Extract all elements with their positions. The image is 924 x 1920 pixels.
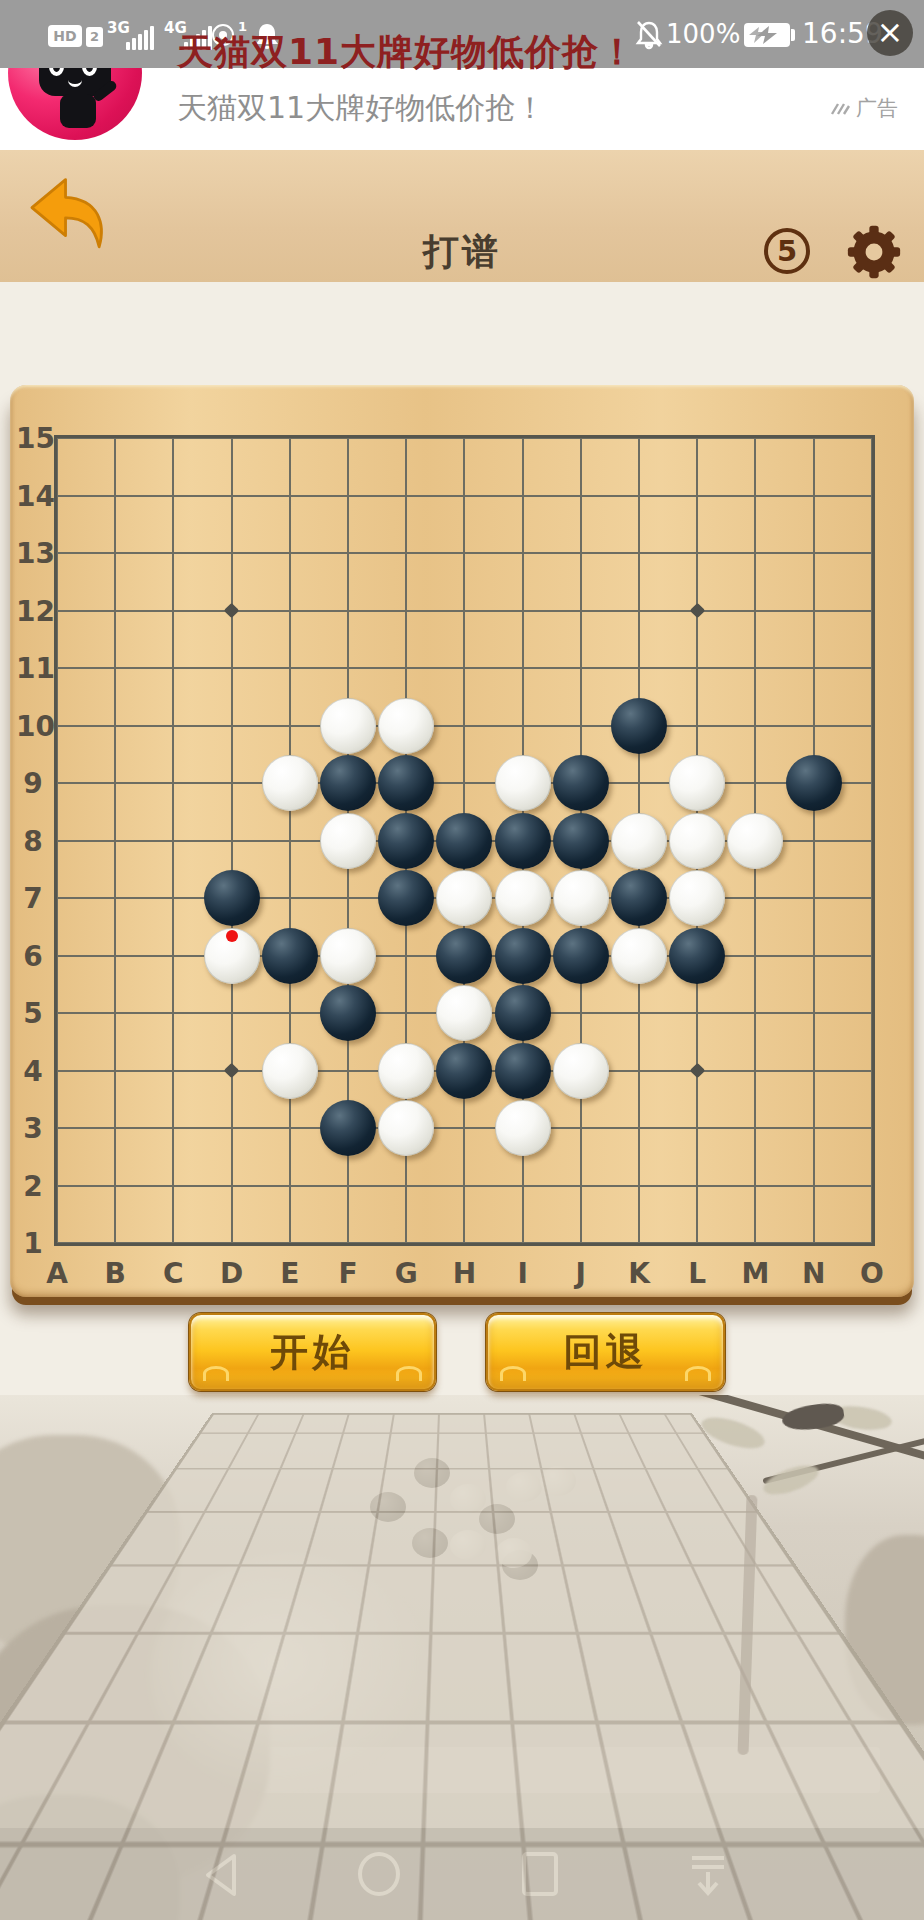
scene-stone — [450, 1530, 486, 1560]
stone-white-L8[interactable] — [669, 813, 725, 869]
stone-white-K8[interactable] — [611, 813, 667, 869]
stone-black-I4[interactable] — [495, 1043, 551, 1099]
scene-stone — [370, 1492, 406, 1522]
settings-gear-icon[interactable] — [846, 224, 902, 280]
ornament — [500, 1366, 526, 1381]
col-label: C — [156, 1257, 190, 1290]
scene-grass-tuft — [150, 1555, 430, 1795]
ad-mark-icon — [830, 100, 850, 116]
ornament — [685, 1366, 711, 1381]
stone-white-I3[interactable] — [495, 1100, 551, 1156]
battery-percent: 100% — [666, 19, 740, 49]
nav-recents-icon[interactable] — [522, 1852, 558, 1896]
stone-white-J7[interactable] — [553, 870, 609, 926]
stone-white-H7[interactable] — [436, 870, 492, 926]
stone-white-F6[interactable] — [320, 928, 376, 984]
row-label: 11 — [16, 652, 50, 685]
stone-black-I6[interactable] — [495, 928, 551, 984]
stone-black-F3[interactable] — [320, 1100, 376, 1156]
stone-black-L6[interactable] — [669, 928, 725, 984]
move-count-badge[interactable]: 5 — [764, 228, 810, 274]
scene-rock — [845, 1535, 924, 1725]
stone-black-F5[interactable] — [320, 985, 376, 1041]
col-label: M — [738, 1257, 772, 1290]
stone-white-J4[interactable] — [553, 1043, 609, 1099]
stone-white-E4[interactable] — [262, 1043, 318, 1099]
col-label: A — [40, 1257, 74, 1290]
scene-stone — [540, 1466, 576, 1496]
stone-white-I7[interactable] — [495, 870, 551, 926]
col-label: I — [506, 1257, 540, 1290]
col-label: F — [331, 1257, 365, 1290]
col-label: L — [680, 1257, 714, 1290]
row-label: 8 — [16, 825, 50, 858]
app-header: 打谱 5 — [0, 150, 924, 282]
undo-button[interactable]: 回退 — [486, 1313, 725, 1391]
scene-leaf — [760, 1460, 822, 1501]
stone-black-H8[interactable] — [436, 813, 492, 869]
stone-white-G10[interactable] — [378, 698, 434, 754]
stone-black-K10[interactable] — [611, 698, 667, 754]
stone-black-H6[interactable] — [436, 928, 492, 984]
row-label: 15 — [16, 422, 50, 455]
ad-headline[interactable]: 天猫双11大牌好物低价抢！ — [177, 28, 636, 77]
scene-stone — [496, 1538, 532, 1568]
stone-black-I8[interactable] — [495, 813, 551, 869]
col-label: H — [447, 1257, 481, 1290]
row-label: 14 — [16, 480, 50, 513]
stone-white-F8[interactable] — [320, 813, 376, 869]
row-label: 1 — [16, 1227, 50, 1260]
stone-black-N9[interactable] — [786, 755, 842, 811]
last-move-marker — [226, 930, 238, 942]
stone-black-K7[interactable] — [611, 870, 667, 926]
stone-black-J9[interactable] — [553, 755, 609, 811]
stone-black-G7[interactable] — [378, 870, 434, 926]
row-label: 2 — [16, 1170, 50, 1203]
stone-black-E6[interactable] — [262, 928, 318, 984]
nav-back-icon[interactable] — [200, 1852, 246, 1898]
stone-black-D7[interactable] — [204, 870, 260, 926]
battery-icon — [744, 23, 790, 47]
ad-label: 广告 — [856, 94, 898, 122]
row-label: 10 — [16, 710, 50, 743]
scene-stone — [412, 1528, 448, 1558]
row-label: 6 — [16, 940, 50, 973]
stone-white-E9[interactable] — [262, 755, 318, 811]
scene-stone — [450, 1484, 486, 1514]
col-label: K — [622, 1257, 656, 1290]
row-label: 7 — [16, 882, 50, 915]
nav-home-icon[interactable] — [358, 1852, 400, 1896]
row-label: 3 — [16, 1112, 50, 1145]
stone-black-G8[interactable] — [378, 813, 434, 869]
row-label: 4 — [16, 1055, 50, 1088]
stone-black-G9[interactable] — [378, 755, 434, 811]
nav-hide-icon[interactable] — [686, 1852, 730, 1898]
goban[interactable]: 151413121110987654321ABCDEFGHIJKLMNO — [10, 385, 914, 1297]
stone-white-I9[interactable] — [495, 755, 551, 811]
hd-icon: HD — [48, 25, 82, 47]
scene-stone — [506, 1472, 542, 1502]
stone-black-I5[interactable] — [495, 985, 551, 1041]
sim2-icon: 2 — [86, 27, 103, 47]
col-label: G — [389, 1257, 423, 1290]
stone-black-J6[interactable] — [553, 928, 609, 984]
scene-go-table — [0, 1395, 924, 1413]
phone-screen: HD 2 3G 4G 1 100% 16:59 天猫双11大牌好物低价抢！ — [0, 0, 924, 1920]
stone-white-H5[interactable] — [436, 985, 492, 1041]
undo-button-label: 回退 — [564, 1327, 648, 1378]
stone-black-J8[interactable] — [553, 813, 609, 869]
stone-white-M8[interactable] — [727, 813, 783, 869]
col-label: D — [215, 1257, 249, 1290]
android-nav-bar — [0, 1828, 924, 1920]
row-label: 5 — [16, 997, 50, 1030]
stone-white-D6[interactable] — [204, 928, 260, 984]
col-label: B — [98, 1257, 132, 1290]
col-label: E — [273, 1257, 307, 1290]
stone-black-H4[interactable] — [436, 1043, 492, 1099]
stone-white-F10[interactable] — [320, 698, 376, 754]
scene-leaf — [698, 1411, 768, 1454]
stone-white-G4[interactable] — [378, 1043, 434, 1099]
signal-bars-icon — [126, 26, 154, 50]
cat-body — [60, 94, 96, 128]
ad-close-button[interactable]: × — [867, 10, 913, 56]
col-label: J — [564, 1257, 598, 1290]
row-label: 13 — [16, 537, 50, 570]
row-label: 9 — [16, 767, 50, 800]
scene-stone — [414, 1458, 450, 1488]
stone-white-L9[interactable] — [669, 755, 725, 811]
stone-white-K6[interactable] — [611, 928, 667, 984]
stone-white-G3[interactable] — [378, 1100, 434, 1156]
start-button-label: 开始 — [271, 1327, 355, 1378]
col-label: N — [797, 1257, 831, 1290]
stone-white-L7[interactable] — [669, 870, 725, 926]
start-button[interactable]: 开始 — [189, 1313, 436, 1391]
ad-subtitle[interactable]: 天猫双11大牌好物低价抢！ — [177, 88, 545, 129]
ornament — [203, 1366, 229, 1381]
row-label: 12 — [16, 595, 50, 628]
scene-stone — [479, 1504, 515, 1534]
battery-tip — [791, 29, 795, 41]
col-label: O — [855, 1257, 889, 1290]
muted-bell-icon — [634, 19, 664, 51]
stone-black-F9[interactable] — [320, 755, 376, 811]
ornament — [396, 1366, 422, 1381]
